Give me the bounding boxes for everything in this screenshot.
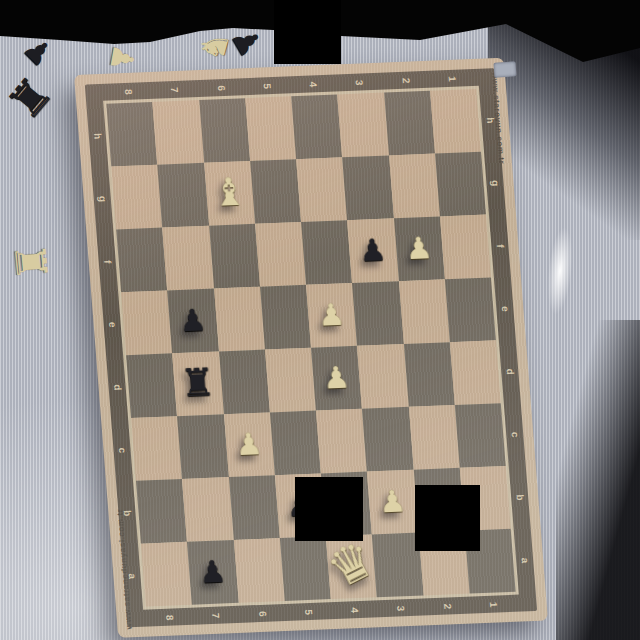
square-e6 xyxy=(214,287,265,352)
label-right-d: d xyxy=(504,368,515,375)
label-left-a: a xyxy=(126,573,137,579)
square-e2 xyxy=(398,279,449,344)
label-top-6: 6 xyxy=(215,85,226,91)
white-pawn-b3: ♟ xyxy=(378,486,407,517)
label-bottom-4: 4 xyxy=(349,607,360,613)
square-e8 xyxy=(121,290,172,355)
white-pawn-d4: ♟ xyxy=(322,362,351,393)
square-f1 xyxy=(440,215,491,280)
square-b8 xyxy=(136,479,187,544)
label-right-h: h xyxy=(484,117,495,124)
square-g7 xyxy=(157,163,208,228)
square-h2 xyxy=(384,91,435,156)
redaction-box-2 xyxy=(295,477,363,541)
square-e1 xyxy=(445,277,496,342)
black-pawn-f3: ♟ xyxy=(358,235,387,266)
label-bottom-1: 1 xyxy=(488,601,499,607)
label-left-h: h xyxy=(92,132,103,139)
square-g3 xyxy=(342,155,393,220)
label-bottom-2: 2 xyxy=(441,603,452,609)
square-c1 xyxy=(455,403,506,468)
square-d3 xyxy=(357,344,408,409)
black-pawn-e7: ♟ xyxy=(178,305,207,336)
label-bottom-6: 6 xyxy=(257,610,268,616)
square-f6 xyxy=(209,224,260,289)
label-top-7: 7 xyxy=(169,86,180,92)
square-h7 xyxy=(153,100,204,165)
label-left-c: c xyxy=(116,447,127,453)
square-g8 xyxy=(111,165,162,230)
square-h1 xyxy=(430,89,481,154)
square-c7 xyxy=(177,414,228,479)
label-right-f: f xyxy=(494,244,505,248)
square-d2 xyxy=(403,342,454,407)
square-b7 xyxy=(182,477,233,542)
label-left-b: b xyxy=(121,509,132,516)
label-right-a: a xyxy=(519,557,530,563)
label-left-f: f xyxy=(102,259,113,263)
square-d8 xyxy=(126,353,177,418)
square-a8 xyxy=(141,542,192,607)
square-a6 xyxy=(233,538,284,603)
square-e5 xyxy=(260,285,311,350)
square-f7 xyxy=(162,226,213,291)
desk-shadow-bottom-right xyxy=(556,320,640,640)
label-right-g: g xyxy=(489,179,500,186)
label-bottom-8: 8 xyxy=(164,614,175,620)
label-bottom-7: 7 xyxy=(210,612,221,618)
label-top-4: 4 xyxy=(308,81,319,87)
square-d1 xyxy=(450,340,501,405)
label-top-5: 5 xyxy=(261,83,272,89)
square-d6 xyxy=(219,350,270,415)
label-bottom-5: 5 xyxy=(303,609,314,615)
square-h5 xyxy=(245,96,296,161)
black-rook-d7: ♜ xyxy=(179,363,216,402)
white-pawn-f2: ♟ xyxy=(404,233,433,264)
square-e3 xyxy=(352,281,403,346)
redaction-box-1 xyxy=(274,0,341,64)
photo-of-chess-board: www.staroyun.com.tr www.satrancdunyasi.c… xyxy=(0,0,640,640)
square-c4 xyxy=(316,409,367,474)
label-left-g: g xyxy=(97,195,108,202)
label-left-e: e xyxy=(106,321,117,327)
captured-white-rook: ♜ xyxy=(7,241,52,282)
square-h6 xyxy=(199,98,250,163)
square-g2 xyxy=(389,154,440,219)
label-right-c: c xyxy=(509,431,520,437)
label-top-8: 8 xyxy=(123,88,134,94)
label-bottom-3: 3 xyxy=(395,605,406,611)
square-d5 xyxy=(265,348,316,413)
square-g4 xyxy=(296,157,347,222)
square-g5 xyxy=(250,159,301,224)
square-c8 xyxy=(131,416,182,481)
square-h8 xyxy=(106,102,157,167)
square-b6 xyxy=(228,475,279,540)
square-f8 xyxy=(116,228,167,293)
square-f5 xyxy=(255,222,306,287)
black-pawn-a7: ♟ xyxy=(198,556,227,587)
square-f4 xyxy=(301,220,352,285)
square-h3 xyxy=(337,93,388,158)
square-h4 xyxy=(291,94,342,159)
square-c3 xyxy=(362,407,413,472)
label-right-e: e xyxy=(499,305,510,311)
white-pawn-e4: ♟ xyxy=(317,299,346,330)
square-c5 xyxy=(270,411,321,476)
label-right-b: b xyxy=(514,494,525,501)
square-g1 xyxy=(435,152,486,217)
redaction-box-3 xyxy=(415,485,480,551)
white-pawn-c6: ♟ xyxy=(234,429,263,460)
square-c2 xyxy=(408,405,459,470)
label-left-d: d xyxy=(111,384,122,391)
white-bishop-g6: ♝ xyxy=(211,172,248,211)
